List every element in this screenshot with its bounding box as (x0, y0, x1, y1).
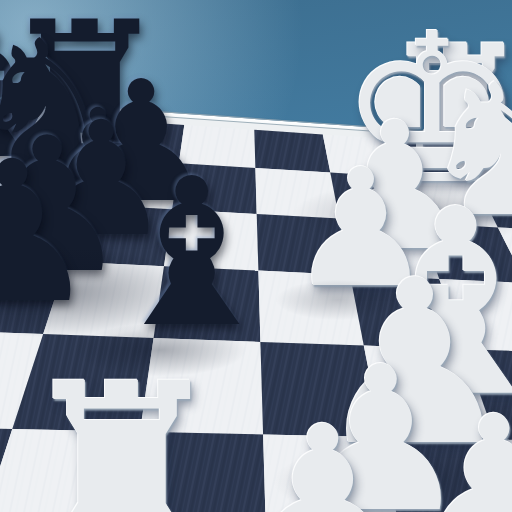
white-pawn[interactable]: ♟ (236, 400, 411, 512)
black-bishop[interactable]: ♝ (101, 152, 284, 356)
white-rook[interactable]: ♜ (13, 351, 231, 512)
chess-app-scene: ♝♞♜♟♟♟♟♟♝♚♜♞♟♟♝♟♟♟♟♜ (0, 0, 512, 512)
black-pawn[interactable]: ♟ (0, 135, 99, 330)
white-pawn[interactable]: ♟ (408, 391, 512, 512)
